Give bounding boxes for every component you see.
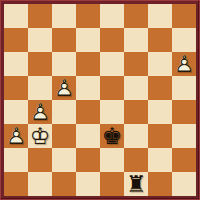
square-f1[interactable]: ♜ xyxy=(124,172,148,196)
square-e7[interactable] xyxy=(100,28,124,52)
square-d6[interactable] xyxy=(76,52,100,76)
square-d8[interactable] xyxy=(76,4,100,28)
square-c5[interactable]: ♟♙ xyxy=(52,76,76,100)
white-pawn[interactable]: ♟♙ xyxy=(4,124,28,148)
square-g5[interactable] xyxy=(148,76,172,100)
square-a4[interactable] xyxy=(4,100,28,124)
square-b8[interactable] xyxy=(28,4,52,28)
square-d5[interactable] xyxy=(76,76,100,100)
square-g7[interactable] xyxy=(148,28,172,52)
square-f5[interactable] xyxy=(124,76,148,100)
square-b2[interactable] xyxy=(28,148,52,172)
square-b5[interactable] xyxy=(28,76,52,100)
square-b6[interactable] xyxy=(28,52,52,76)
square-e3[interactable]: ♚ xyxy=(100,124,124,148)
square-c8[interactable] xyxy=(52,4,76,28)
square-b3[interactable]: ♚♔ xyxy=(28,124,52,148)
square-a8[interactable] xyxy=(4,4,28,28)
black-king[interactable]: ♚ xyxy=(100,124,124,148)
square-e1[interactable] xyxy=(100,172,124,196)
square-c7[interactable] xyxy=(52,28,76,52)
square-h3[interactable] xyxy=(172,124,196,148)
square-h7[interactable] xyxy=(172,28,196,52)
square-a3[interactable]: ♟♙ xyxy=(4,124,28,148)
square-g2[interactable] xyxy=(148,148,172,172)
square-g1[interactable] xyxy=(148,172,172,196)
square-d4[interactable] xyxy=(76,100,100,124)
square-h1[interactable] xyxy=(172,172,196,196)
square-a7[interactable] xyxy=(4,28,28,52)
square-a6[interactable] xyxy=(4,52,28,76)
square-h5[interactable] xyxy=(172,76,196,100)
square-a5[interactable] xyxy=(4,76,28,100)
square-c1[interactable] xyxy=(52,172,76,196)
square-a1[interactable] xyxy=(4,172,28,196)
square-f4[interactable] xyxy=(124,100,148,124)
square-d7[interactable] xyxy=(76,28,100,52)
white-pawn[interactable]: ♟♙ xyxy=(52,76,76,100)
square-e4[interactable] xyxy=(100,100,124,124)
square-g6[interactable] xyxy=(148,52,172,76)
square-a2[interactable] xyxy=(4,148,28,172)
square-h8[interactable] xyxy=(172,4,196,28)
board-frame: ♟♙♟♙♟♙♟♙♚♔♚♜ xyxy=(0,0,200,200)
square-g4[interactable] xyxy=(148,100,172,124)
square-b7[interactable] xyxy=(28,28,52,52)
square-h2[interactable] xyxy=(172,148,196,172)
square-e8[interactable] xyxy=(100,4,124,28)
square-h4[interactable] xyxy=(172,100,196,124)
square-e6[interactable] xyxy=(100,52,124,76)
square-d3[interactable] xyxy=(76,124,100,148)
square-e2[interactable] xyxy=(100,148,124,172)
white-pawn[interactable]: ♟♙ xyxy=(172,52,196,76)
square-f7[interactable] xyxy=(124,28,148,52)
square-c3[interactable] xyxy=(52,124,76,148)
square-c4[interactable] xyxy=(52,100,76,124)
square-c2[interactable] xyxy=(52,148,76,172)
square-d1[interactable] xyxy=(76,172,100,196)
square-b4[interactable]: ♟♙ xyxy=(28,100,52,124)
square-h6[interactable]: ♟♙ xyxy=(172,52,196,76)
white-pawn[interactable]: ♟♙ xyxy=(28,100,52,124)
square-b1[interactable] xyxy=(28,172,52,196)
white-king[interactable]: ♚♔ xyxy=(28,124,52,148)
square-g3[interactable] xyxy=(148,124,172,148)
square-e5[interactable] xyxy=(100,76,124,100)
square-f6[interactable] xyxy=(124,52,148,76)
square-g8[interactable] xyxy=(148,4,172,28)
square-f3[interactable] xyxy=(124,124,148,148)
black-rook[interactable]: ♜ xyxy=(124,172,148,196)
chess-board: ♟♙♟♙♟♙♟♙♚♔♚♜ xyxy=(4,4,196,196)
square-c6[interactable] xyxy=(52,52,76,76)
square-f8[interactable] xyxy=(124,4,148,28)
square-f2[interactable] xyxy=(124,148,148,172)
square-d2[interactable] xyxy=(76,148,100,172)
